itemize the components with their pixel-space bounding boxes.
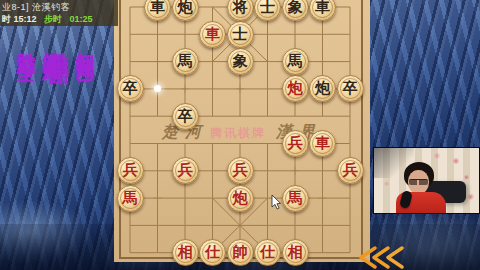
piece-red-soldier[interactable]: 兵	[172, 157, 199, 184]
piece-red-general[interactable]: 帥	[227, 239, 254, 266]
glasses-icon	[409, 179, 428, 185]
piece-black-soldier[interactable]: 卒	[337, 75, 364, 102]
piece-black-general[interactable]: 将	[227, 0, 254, 21]
calligraphy-text: 胜乃可全	[14, 37, 40, 53]
mouse-cursor-icon	[271, 195, 283, 211]
piece-red-cannon[interactable]: 炮	[227, 185, 254, 212]
stream-title: 业8-1] 沧溪钓客	[2, 1, 115, 13]
piece-black-cannon[interactable]: 炮	[172, 0, 199, 21]
piece-red-soldier[interactable]: 兵	[282, 130, 309, 157]
piece-red-horse[interactable]: 馬	[117, 185, 144, 212]
piece-black-elephant[interactable]: 象	[282, 0, 309, 21]
streamer-face	[408, 170, 429, 194]
calligraphy-text: 知彼知己	[73, 37, 99, 53]
piece-red-elephant[interactable]: 相	[282, 239, 309, 266]
piece-red-cannon[interactable]: 炮	[282, 75, 309, 102]
clock-row: 时 15:12 步时 01:25	[2, 13, 115, 25]
piece-red-soldier[interactable]: 兵	[117, 157, 144, 184]
piece-red-advisor[interactable]: 仕	[199, 239, 226, 266]
piece-red-horse[interactable]: 馬	[282, 185, 309, 212]
piece-black-elephant[interactable]: 象	[227, 48, 254, 75]
piece-black-horse[interactable]: 馬	[172, 48, 199, 75]
move-clock: 01:25	[70, 14, 93, 24]
piece-black-soldier[interactable]: 卒	[117, 75, 144, 102]
piece-red-soldier[interactable]: 兵	[227, 157, 254, 184]
piece-red-elephant[interactable]: 相	[172, 239, 199, 266]
calligraphy-left-column: 知天知地 胜乃可全	[14, 37, 66, 66]
piece-black-soldier[interactable]: 卒	[172, 103, 199, 130]
webcam-overlay	[373, 147, 480, 214]
piece-red-advisor[interactable]: 仕	[254, 239, 281, 266]
chevrons-left-icon	[359, 246, 405, 269]
move-clock-label: 步时	[44, 14, 62, 24]
game-clock-label: 时	[2, 14, 11, 24]
piece-red-chariot[interactable]: 車	[199, 21, 226, 48]
board-watermark: 腾讯棋牌	[210, 125, 266, 142]
piece-red-soldier[interactable]: 兵	[337, 157, 364, 184]
piece-red-chariot[interactable]: 車	[309, 130, 336, 157]
piece-black-advisor[interactable]: 士	[227, 21, 254, 48]
stream-screen: { "game": "xiangqi", "position": "1rc1ka…	[0, 0, 480, 270]
xiangqi-board[interactable]: 楚河 漢界 腾讯棋牌 車炮将士象車車士馬象馬卒炮炮卒卒兵車兵兵兵兵馬炮馬相仕帥仕…	[114, 0, 370, 262]
game-clock: 15:12	[14, 14, 37, 24]
stream-info-overlay: 业8-1] 沧溪钓客 时 15:12 步时 01:25	[0, 0, 118, 26]
piece-black-horse[interactable]: 馬	[282, 48, 309, 75]
calligraphy-text: 知天知地	[40, 37, 66, 53]
